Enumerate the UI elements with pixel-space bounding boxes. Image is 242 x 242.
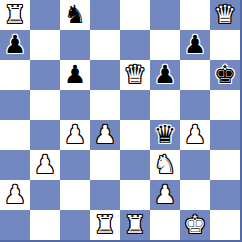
square-f2[interactable]: ♟ <box>150 180 180 210</box>
square-f8[interactable] <box>150 0 180 30</box>
square-f4[interactable]: ♛ <box>150 120 180 150</box>
square-e7[interactable] <box>120 30 150 60</box>
square-g4[interactable]: ♟ <box>180 120 210 150</box>
piece-black-king: ♚ <box>214 62 236 87</box>
square-c3[interactable] <box>60 150 90 180</box>
square-e6[interactable]: ♛ <box>120 60 150 90</box>
square-h6[interactable]: ♚ <box>210 60 240 90</box>
square-b4[interactable] <box>30 120 60 150</box>
square-b8[interactable] <box>30 0 60 30</box>
square-h4[interactable] <box>210 120 240 150</box>
square-h7[interactable] <box>210 30 240 60</box>
square-e4[interactable] <box>120 120 150 150</box>
square-c4[interactable]: ♟ <box>60 120 90 150</box>
square-d2[interactable] <box>90 180 120 210</box>
square-d3[interactable] <box>90 150 120 180</box>
piece-white-pawn: ♟ <box>64 122 86 147</box>
square-f5[interactable] <box>150 90 180 120</box>
piece-black-pawn: ♟ <box>64 62 86 87</box>
square-c7[interactable] <box>60 30 90 60</box>
piece-white-rook: ♜ <box>124 212 146 237</box>
square-e1[interactable]: ♜ <box>120 210 150 240</box>
square-h3[interactable] <box>210 150 240 180</box>
square-h8[interactable]: ♛ <box>210 0 240 30</box>
square-a4[interactable] <box>0 120 30 150</box>
piece-white-king: ♚ <box>184 212 206 237</box>
piece-white-pawn: ♟ <box>4 182 26 207</box>
square-d1[interactable]: ♜ <box>90 210 120 240</box>
piece-white-pawn: ♟ <box>154 182 176 207</box>
square-h1[interactable] <box>210 210 240 240</box>
chess-board: ♜♞♛♟♟♟♛♟♚♟♟♛♟♟♞♟♟♜♜♚ <box>0 0 242 242</box>
square-e3[interactable] <box>120 150 150 180</box>
square-e8[interactable] <box>120 0 150 30</box>
square-d8[interactable] <box>90 0 120 30</box>
square-e5[interactable] <box>120 90 150 120</box>
square-c6[interactable]: ♟ <box>60 60 90 90</box>
square-e2[interactable] <box>120 180 150 210</box>
square-b2[interactable] <box>30 180 60 210</box>
square-c2[interactable] <box>60 180 90 210</box>
piece-white-rook: ♜ <box>4 2 26 27</box>
square-b3[interactable]: ♟ <box>30 150 60 180</box>
square-a3[interactable] <box>0 150 30 180</box>
piece-black-pawn: ♟ <box>154 62 176 87</box>
square-h2[interactable] <box>210 180 240 210</box>
piece-white-pawn: ♟ <box>184 122 206 147</box>
square-c8[interactable]: ♞ <box>60 0 90 30</box>
piece-white-pawn: ♟ <box>34 152 56 177</box>
piece-white-queen: ♛ <box>214 2 236 27</box>
piece-black-pawn: ♟ <box>4 32 26 57</box>
square-g3[interactable] <box>180 150 210 180</box>
square-g2[interactable] <box>180 180 210 210</box>
piece-white-rook: ♜ <box>94 212 116 237</box>
square-b6[interactable] <box>30 60 60 90</box>
square-g6[interactable] <box>180 60 210 90</box>
square-a2[interactable]: ♟ <box>0 180 30 210</box>
piece-white-queen: ♛ <box>124 62 146 87</box>
square-g8[interactable] <box>180 0 210 30</box>
square-a5[interactable] <box>0 90 30 120</box>
square-g5[interactable] <box>180 90 210 120</box>
square-g7[interactable]: ♟ <box>180 30 210 60</box>
piece-white-knight: ♞ <box>154 152 176 177</box>
square-d4[interactable]: ♟ <box>90 120 120 150</box>
square-h5[interactable] <box>210 90 240 120</box>
square-b7[interactable] <box>30 30 60 60</box>
square-c1[interactable] <box>60 210 90 240</box>
piece-black-queen: ♛ <box>154 122 176 147</box>
square-d5[interactable] <box>90 90 120 120</box>
square-g1[interactable]: ♚ <box>180 210 210 240</box>
square-c5[interactable] <box>60 90 90 120</box>
square-a1[interactable] <box>0 210 30 240</box>
square-f3[interactable]: ♞ <box>150 150 180 180</box>
square-f1[interactable] <box>150 210 180 240</box>
piece-white-pawn: ♟ <box>94 122 116 147</box>
square-a7[interactable]: ♟ <box>0 30 30 60</box>
square-a8[interactable]: ♜ <box>0 0 30 30</box>
square-b1[interactable] <box>30 210 60 240</box>
square-f6[interactable]: ♟ <box>150 60 180 90</box>
piece-black-pawn: ♟ <box>184 32 206 57</box>
square-a6[interactable] <box>0 60 30 90</box>
square-d7[interactable] <box>90 30 120 60</box>
square-f7[interactable] <box>150 30 180 60</box>
square-d6[interactable] <box>90 60 120 90</box>
piece-black-knight: ♞ <box>64 2 86 27</box>
square-b5[interactable] <box>30 90 60 120</box>
